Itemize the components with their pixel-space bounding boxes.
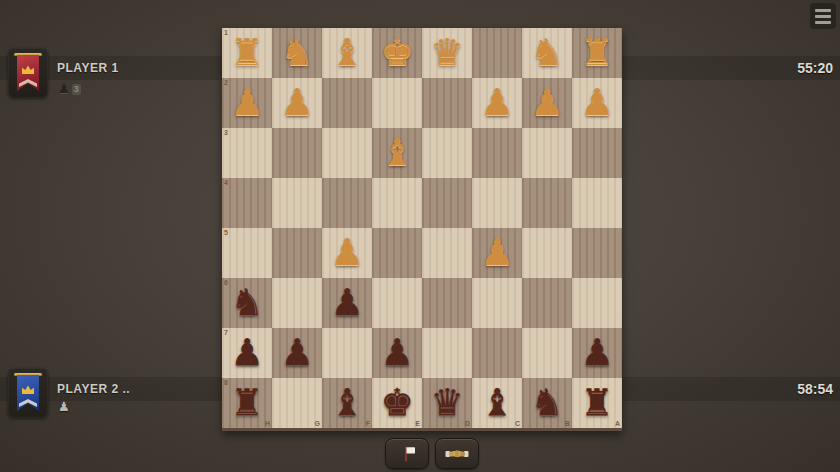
square-c2[interactable]: ♟: [472, 78, 522, 128]
black-pawn: ♟: [372, 328, 422, 378]
square-f5[interactable]: ♟: [322, 228, 372, 278]
rank-label: 1: [224, 29, 228, 36]
blue-banner-icon: [17, 373, 39, 411]
file-label: A: [615, 420, 620, 427]
black-pawn: ♟: [222, 328, 272, 378]
chess-board: 1♜♞♝♚♛♞♜2♟♟♟♟♟3♝45♟♟6♞♟7♟♟♟♟8H♜GF♝E♚D♛C♝…: [222, 28, 622, 431]
square-f4[interactable]: [322, 178, 372, 228]
white-king: ♚: [372, 28, 422, 78]
square-d3[interactable]: [422, 128, 472, 178]
white-queen: ♛: [422, 28, 472, 78]
file-label: D: [465, 420, 470, 427]
file-label: E: [415, 420, 420, 427]
white-bishop: ♝: [372, 128, 422, 178]
player1-name: PLAYER 1: [57, 56, 119, 80]
square-f2[interactable]: [322, 78, 372, 128]
draw-offer-button[interactable]: [435, 438, 479, 469]
square-d4[interactable]: [422, 178, 472, 228]
player1-captured-pieces: ♟ 3: [58, 81, 81, 97]
square-c3[interactable]: [472, 128, 522, 178]
square-a2[interactable]: ♟: [572, 78, 622, 128]
square-e2[interactable]: [372, 78, 422, 128]
white-rook: ♜: [222, 28, 272, 78]
square-a6[interactable]: [572, 278, 622, 328]
white-pawn: ♟: [472, 78, 522, 128]
captured-black-pawn-icon: ♟: [58, 82, 70, 96]
rank-label: 4: [224, 179, 228, 186]
resign-button[interactable]: [385, 438, 429, 469]
square-b5[interactable]: [522, 228, 572, 278]
white-pawn: ♟: [572, 78, 622, 128]
player2-avatar[interactable]: [8, 368, 48, 418]
square-c1[interactable]: [472, 28, 522, 78]
square-a1[interactable]: ♜: [572, 28, 622, 78]
player2-clock: 58:54: [797, 377, 833, 401]
square-h3[interactable]: 3: [222, 128, 272, 178]
black-knight: ♞: [222, 278, 272, 328]
square-d8[interactable]: D♛: [422, 378, 472, 428]
file-label: H: [265, 420, 270, 427]
square-f7[interactable]: [322, 328, 372, 378]
square-g7[interactable]: ♟: [272, 328, 322, 378]
player2-name: PLAYER 2 ..: [57, 377, 130, 401]
rank-label: 6: [224, 279, 228, 286]
square-a8[interactable]: A♜: [572, 378, 622, 428]
square-h7[interactable]: 7♟: [222, 328, 272, 378]
rank-label: 5: [224, 229, 228, 236]
square-a3[interactable]: [572, 128, 622, 178]
square-f3[interactable]: [322, 128, 372, 178]
menu-button[interactable]: [810, 3, 836, 29]
white-pawn: ♟: [272, 78, 322, 128]
square-e7[interactable]: ♟: [372, 328, 422, 378]
white-knight: ♞: [272, 28, 322, 78]
square-d7[interactable]: [422, 328, 472, 378]
white-pawn: ♟: [222, 78, 272, 128]
square-c5[interactable]: ♟: [472, 228, 522, 278]
square-h1[interactable]: 1♜: [222, 28, 272, 78]
captured-count: 3: [72, 84, 81, 95]
black-bishop: ♝: [322, 378, 372, 428]
square-c6[interactable]: [472, 278, 522, 328]
black-pawn: ♟: [322, 278, 372, 328]
square-d1[interactable]: ♛: [422, 28, 472, 78]
square-e3[interactable]: ♝: [372, 128, 422, 178]
square-a4[interactable]: [572, 178, 622, 228]
square-h2[interactable]: 2♟: [222, 78, 272, 128]
square-b7[interactable]: [522, 328, 572, 378]
square-g4[interactable]: [272, 178, 322, 228]
square-e5[interactable]: [372, 228, 422, 278]
square-c8[interactable]: C♝: [472, 378, 522, 428]
square-f1[interactable]: ♝: [322, 28, 372, 78]
square-f8[interactable]: F♝: [322, 378, 372, 428]
handshake-icon: [445, 447, 469, 461]
square-g5[interactable]: [272, 228, 322, 278]
red-banner-icon: [17, 53, 39, 91]
square-e1[interactable]: ♚: [372, 28, 422, 78]
black-pawn: ♟: [572, 328, 622, 378]
rank-label: 2: [224, 79, 228, 86]
square-d5[interactable]: [422, 228, 472, 278]
square-g6[interactable]: [272, 278, 322, 328]
square-b8[interactable]: B♞: [522, 378, 572, 428]
square-a7[interactable]: ♟: [572, 328, 622, 378]
square-e8[interactable]: E♚: [372, 378, 422, 428]
square-h5[interactable]: 5: [222, 228, 272, 278]
white-pawn: ♟: [522, 78, 572, 128]
white-knight: ♞: [522, 28, 572, 78]
white-bishop: ♝: [322, 28, 372, 78]
square-b1[interactable]: ♞: [522, 28, 572, 78]
square-h6[interactable]: 6♞: [222, 278, 272, 328]
white-rook: ♜: [572, 28, 622, 78]
square-g2[interactable]: ♟: [272, 78, 322, 128]
square-b2[interactable]: ♟: [522, 78, 572, 128]
square-g8[interactable]: G: [272, 378, 322, 428]
square-b4[interactable]: [522, 178, 572, 228]
white-pawn: ♟: [322, 228, 372, 278]
white-pawn: ♟: [472, 228, 522, 278]
square-f6[interactable]: ♟: [322, 278, 372, 328]
square-e6[interactable]: [372, 278, 422, 328]
player1-avatar[interactable]: [8, 48, 48, 98]
captured-white-pawn-icon: ♟: [58, 400, 70, 414]
square-e4[interactable]: [372, 178, 422, 228]
rank-label: 8: [224, 379, 228, 386]
square-d6[interactable]: [422, 278, 472, 328]
file-label: G: [315, 420, 320, 427]
file-label: F: [366, 420, 370, 427]
square-c4[interactable]: [472, 178, 522, 228]
square-h8[interactable]: 8H♜: [222, 378, 272, 428]
file-label: B: [565, 420, 570, 427]
square-h4[interactable]: 4: [222, 178, 272, 228]
square-b3[interactable]: [522, 128, 572, 178]
square-a5[interactable]: [572, 228, 622, 278]
player2-captured-pieces: ♟: [58, 399, 70, 415]
square-g3[interactable]: [272, 128, 322, 178]
flag-icon: [397, 445, 417, 463]
player1-clock: 55:20: [797, 56, 833, 80]
square-c7[interactable]: [472, 328, 522, 378]
square-g1[interactable]: ♞: [272, 28, 322, 78]
square-b6[interactable]: [522, 278, 572, 328]
rank-label: 7: [224, 329, 228, 336]
black-pawn: ♟: [272, 328, 322, 378]
file-label: C: [515, 420, 520, 427]
square-d2[interactable]: [422, 78, 472, 128]
rank-label: 3: [224, 129, 228, 136]
